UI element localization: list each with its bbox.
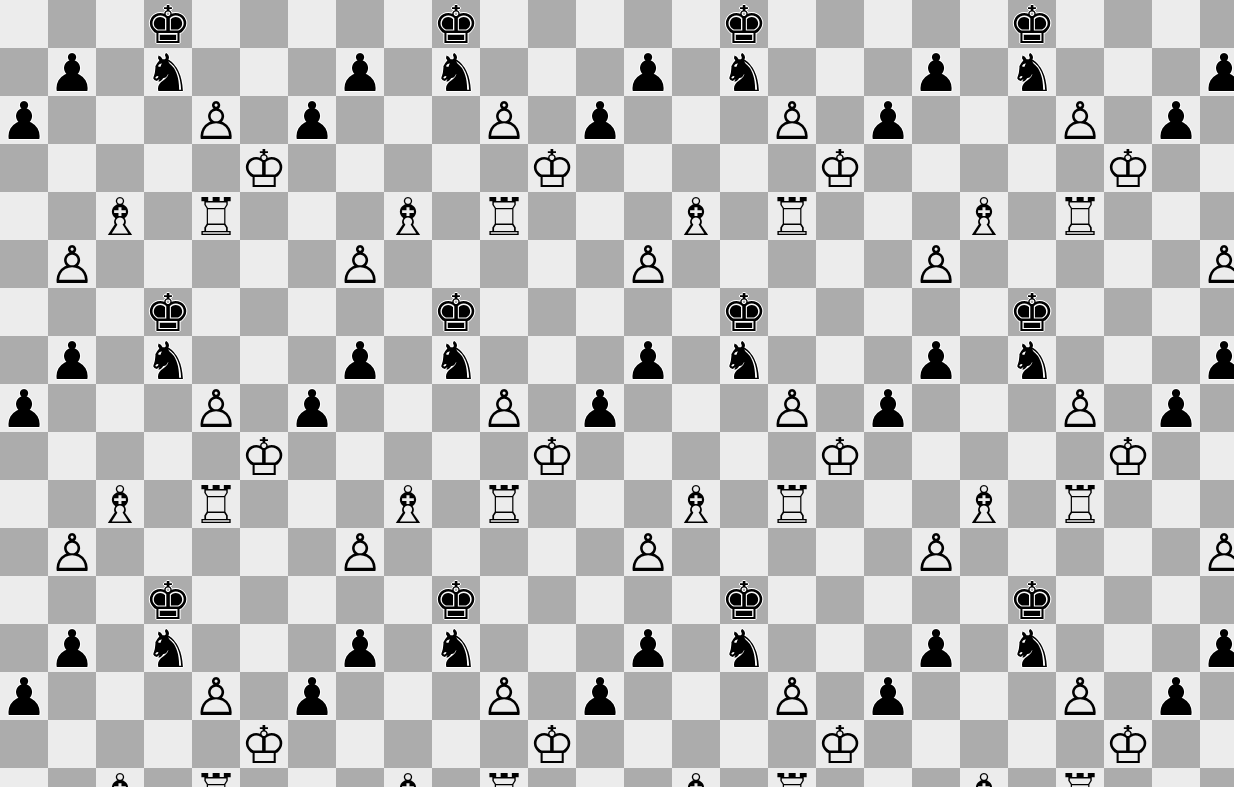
board-square[interactable] (240, 0, 288, 48)
black-pawn[interactable]: ♟ (337, 623, 384, 675)
board-square[interactable]: ♔ (240, 720, 288, 768)
board-square[interactable]: ♞ (432, 336, 480, 384)
black-pawn[interactable]: ♟ (577, 383, 624, 435)
black-knight[interactable]: ♞ (145, 623, 192, 675)
board-square[interactable] (960, 288, 1008, 336)
board-square[interactable] (672, 528, 720, 576)
board-square[interactable] (384, 144, 432, 192)
white-king[interactable]: ♔ (1105, 143, 1152, 195)
white-king[interactable]: ♔ (1105, 431, 1152, 483)
board-square[interactable] (576, 576, 624, 624)
black-pawn[interactable]: ♟ (1201, 335, 1234, 387)
white-pawn[interactable]: ♙ (769, 383, 816, 435)
board-square[interactable] (240, 624, 288, 672)
board-square[interactable] (48, 384, 96, 432)
board-square[interactable] (816, 528, 864, 576)
board-square[interactable] (192, 48, 240, 96)
white-king[interactable]: ♔ (241, 719, 288, 771)
board-square[interactable] (1056, 432, 1104, 480)
board-square[interactable] (96, 384, 144, 432)
board-square[interactable] (672, 336, 720, 384)
board-square[interactable] (528, 624, 576, 672)
board-square[interactable] (768, 288, 816, 336)
black-knight[interactable]: ♞ (1009, 47, 1056, 99)
board-square[interactable] (912, 96, 960, 144)
board-square[interactable] (576, 0, 624, 48)
board-square[interactable] (672, 0, 720, 48)
board-square[interactable]: ♗ (960, 480, 1008, 528)
board-square[interactable] (1104, 480, 1152, 528)
board-square[interactable] (336, 0, 384, 48)
white-rook[interactable]: ♖ (193, 767, 240, 787)
black-pawn[interactable]: ♟ (1, 671, 48, 723)
board-square[interactable]: ♞ (1008, 336, 1056, 384)
board-square[interactable] (432, 528, 480, 576)
white-bishop[interactable]: ♗ (673, 191, 720, 243)
board-square[interactable] (720, 720, 768, 768)
board-square[interactable] (864, 480, 912, 528)
board-square[interactable]: ♖ (768, 768, 816, 787)
board-square[interactable] (912, 384, 960, 432)
board-square[interactable] (384, 336, 432, 384)
board-square[interactable]: ♟ (912, 48, 960, 96)
board-square[interactable] (864, 0, 912, 48)
board-square[interactable] (384, 288, 432, 336)
board-square[interactable] (1104, 528, 1152, 576)
white-rook[interactable]: ♖ (1057, 479, 1104, 531)
black-pawn[interactable]: ♟ (1, 95, 48, 147)
board-square[interactable] (240, 48, 288, 96)
board-square[interactable] (912, 720, 960, 768)
board-square[interactable] (384, 576, 432, 624)
black-pawn[interactable]: ♟ (913, 623, 960, 675)
white-rook[interactable]: ♖ (481, 767, 528, 787)
board-square[interactable]: ♚ (720, 288, 768, 336)
board-square[interactable] (768, 528, 816, 576)
board-square[interactable] (1152, 336, 1200, 384)
board-square[interactable] (288, 48, 336, 96)
board-square[interactable]: ♞ (432, 624, 480, 672)
black-knight[interactable]: ♞ (721, 47, 768, 99)
board-square[interactable] (144, 240, 192, 288)
board-square[interactable] (768, 144, 816, 192)
board-square[interactable] (1008, 96, 1056, 144)
board-square[interactable] (912, 432, 960, 480)
board-square[interactable] (0, 528, 48, 576)
board-square[interactable]: ♙ (624, 528, 672, 576)
board-square[interactable] (288, 240, 336, 288)
board-square[interactable] (288, 480, 336, 528)
board-square[interactable] (576, 144, 624, 192)
board-square[interactable] (768, 720, 816, 768)
board-square[interactable] (48, 288, 96, 336)
board-square[interactable] (1008, 768, 1056, 787)
board-square[interactable] (528, 48, 576, 96)
board-square[interactable]: ♟ (576, 96, 624, 144)
board-square[interactable] (240, 288, 288, 336)
board-square[interactable]: ♟ (864, 384, 912, 432)
white-pawn[interactable]: ♙ (1057, 383, 1104, 435)
board-square[interactable]: ♟ (48, 624, 96, 672)
board-square[interactable] (240, 336, 288, 384)
board-square[interactable]: ♗ (96, 768, 144, 787)
board-square[interactable] (960, 432, 1008, 480)
board-square[interactable] (672, 384, 720, 432)
board-square[interactable]: ♙ (912, 528, 960, 576)
board-square[interactable] (1200, 288, 1234, 336)
board-square[interactable] (336, 96, 384, 144)
board-square[interactable] (288, 0, 336, 48)
black-pawn[interactable]: ♟ (49, 47, 96, 99)
board-square[interactable] (1152, 192, 1200, 240)
board-square[interactable] (1152, 624, 1200, 672)
board-square[interactable]: ♙ (480, 96, 528, 144)
board-square[interactable] (240, 576, 288, 624)
black-pawn[interactable]: ♟ (865, 671, 912, 723)
board-square[interactable] (384, 720, 432, 768)
board-square[interactable]: ♙ (480, 384, 528, 432)
white-king[interactable]: ♔ (1105, 719, 1152, 771)
board-square[interactable] (720, 528, 768, 576)
board-square[interactable] (864, 240, 912, 288)
white-rook[interactable]: ♖ (769, 191, 816, 243)
white-pawn[interactable]: ♙ (625, 527, 672, 579)
black-pawn[interactable]: ♟ (1153, 671, 1200, 723)
board-square[interactable] (1056, 0, 1104, 48)
board-square[interactable] (528, 480, 576, 528)
board-square[interactable] (672, 720, 720, 768)
board-square[interactable] (1056, 144, 1104, 192)
board-square[interactable] (96, 720, 144, 768)
board-square[interactable]: ♔ (1104, 144, 1152, 192)
board-square[interactable] (480, 576, 528, 624)
board-square[interactable] (384, 672, 432, 720)
board-square[interactable] (432, 96, 480, 144)
black-pawn[interactable]: ♟ (913, 335, 960, 387)
board-square[interactable]: ♟ (864, 96, 912, 144)
board-square[interactable] (336, 576, 384, 624)
board-square[interactable] (960, 240, 1008, 288)
board-square[interactable]: ♔ (1104, 720, 1152, 768)
board-square[interactable]: ♗ (672, 480, 720, 528)
board-square[interactable] (0, 336, 48, 384)
white-pawn[interactable]: ♙ (769, 95, 816, 147)
board-square[interactable]: ♔ (528, 720, 576, 768)
board-square[interactable] (192, 240, 240, 288)
board-square[interactable] (1104, 192, 1152, 240)
black-knight[interactable]: ♞ (145, 335, 192, 387)
white-rook[interactable]: ♖ (769, 767, 816, 787)
board-square[interactable] (1152, 480, 1200, 528)
board-square[interactable]: ♟ (624, 336, 672, 384)
board-square[interactable]: ♔ (816, 432, 864, 480)
board-square[interactable] (1200, 432, 1234, 480)
white-bishop[interactable]: ♗ (385, 479, 432, 531)
board-square[interactable] (48, 720, 96, 768)
board-square[interactable] (96, 288, 144, 336)
board-square[interactable] (1152, 432, 1200, 480)
board-square[interactable] (192, 0, 240, 48)
board-square[interactable] (576, 624, 624, 672)
board-square[interactable] (576, 240, 624, 288)
board-square[interactable] (912, 192, 960, 240)
board-square[interactable] (624, 672, 672, 720)
board-square[interactable] (144, 96, 192, 144)
black-knight[interactable]: ♞ (145, 47, 192, 99)
white-king[interactable]: ♔ (817, 719, 864, 771)
black-pawn[interactable]: ♟ (577, 671, 624, 723)
board-square[interactable] (672, 96, 720, 144)
board-square[interactable] (336, 384, 384, 432)
board-square[interactable]: ♙ (912, 240, 960, 288)
white-bishop[interactable]: ♗ (961, 479, 1008, 531)
board-square[interactable] (528, 528, 576, 576)
board-square[interactable] (816, 336, 864, 384)
white-rook[interactable]: ♖ (193, 191, 240, 243)
board-square[interactable] (1152, 768, 1200, 787)
white-pawn[interactable]: ♙ (481, 383, 528, 435)
board-square[interactable]: ♖ (480, 192, 528, 240)
board-square[interactable] (528, 192, 576, 240)
black-pawn[interactable]: ♟ (289, 95, 336, 147)
board-square[interactable]: ♔ (816, 144, 864, 192)
board-square[interactable] (624, 720, 672, 768)
board-square[interactable] (816, 384, 864, 432)
board-square[interactable] (1200, 144, 1234, 192)
board-square[interactable]: ♟ (288, 384, 336, 432)
board-square[interactable] (1104, 672, 1152, 720)
board-square[interactable]: ♙ (192, 384, 240, 432)
board-square[interactable] (192, 288, 240, 336)
board-square[interactable] (288, 624, 336, 672)
board-square[interactable] (1200, 720, 1234, 768)
board-square[interactable] (960, 672, 1008, 720)
board-square[interactable] (864, 192, 912, 240)
board-square[interactable]: ♟ (912, 624, 960, 672)
board-square[interactable] (480, 0, 528, 48)
board-square[interactable] (576, 336, 624, 384)
board-square[interactable] (720, 240, 768, 288)
board-square[interactable] (0, 720, 48, 768)
board-square[interactable] (288, 432, 336, 480)
board-square[interactable] (1200, 480, 1234, 528)
board-square[interactable] (0, 768, 48, 787)
white-pawn[interactable]: ♙ (481, 671, 528, 723)
white-pawn[interactable]: ♙ (337, 527, 384, 579)
white-pawn[interactable]: ♙ (1201, 527, 1234, 579)
board-square[interactable] (432, 672, 480, 720)
board-square[interactable]: ♖ (768, 480, 816, 528)
board-square[interactable] (96, 48, 144, 96)
board-square[interactable] (144, 432, 192, 480)
board-square[interactable] (1056, 48, 1104, 96)
board-square[interactable]: ♖ (192, 192, 240, 240)
board-square[interactable]: ♔ (1104, 432, 1152, 480)
black-pawn[interactable]: ♟ (337, 335, 384, 387)
board-square[interactable]: ♚ (1008, 288, 1056, 336)
board-square[interactable] (432, 144, 480, 192)
board-square[interactable]: ♚ (432, 576, 480, 624)
board-square[interactable]: ♟ (0, 96, 48, 144)
white-pawn[interactable]: ♙ (625, 239, 672, 291)
board-square[interactable] (0, 432, 48, 480)
board-square[interactable] (624, 96, 672, 144)
board-square[interactable] (1008, 672, 1056, 720)
board-square[interactable] (816, 624, 864, 672)
white-king[interactable]: ♔ (529, 431, 576, 483)
board-square[interactable] (1008, 192, 1056, 240)
board-square[interactable] (0, 576, 48, 624)
board-square[interactable] (432, 384, 480, 432)
board-square[interactable]: ♙ (768, 384, 816, 432)
board-square[interactable] (384, 624, 432, 672)
board-square[interactable] (624, 480, 672, 528)
black-pawn[interactable]: ♟ (1201, 47, 1234, 99)
board-square[interactable] (768, 432, 816, 480)
board-square[interactable] (768, 336, 816, 384)
board-square[interactable]: ♚ (1008, 576, 1056, 624)
board-square[interactable] (864, 288, 912, 336)
black-knight[interactable]: ♞ (433, 47, 480, 99)
white-bishop[interactable]: ♗ (961, 191, 1008, 243)
board-square[interactable]: ♗ (96, 192, 144, 240)
board-square[interactable]: ♖ (480, 480, 528, 528)
board-square[interactable] (720, 96, 768, 144)
white-rook[interactable]: ♖ (193, 479, 240, 531)
board-square[interactable] (192, 528, 240, 576)
board-square[interactable] (1056, 528, 1104, 576)
board-square[interactable] (240, 528, 288, 576)
board-square[interactable] (336, 192, 384, 240)
white-pawn[interactable]: ♙ (49, 527, 96, 579)
board-square[interactable] (864, 528, 912, 576)
board-square[interactable] (1104, 48, 1152, 96)
white-king[interactable]: ♔ (817, 431, 864, 483)
board-square[interactable] (576, 192, 624, 240)
board-square[interactable] (336, 432, 384, 480)
board-square[interactable] (96, 432, 144, 480)
black-pawn[interactable]: ♟ (577, 95, 624, 147)
board-square[interactable] (1056, 240, 1104, 288)
board-square[interactable] (432, 432, 480, 480)
board-square[interactable] (576, 480, 624, 528)
board-square[interactable] (1008, 240, 1056, 288)
white-pawn[interactable]: ♙ (49, 239, 96, 291)
board-square[interactable] (480, 624, 528, 672)
board-square[interactable] (1104, 384, 1152, 432)
board-square[interactable] (144, 480, 192, 528)
board-square[interactable] (0, 144, 48, 192)
white-rook[interactable]: ♖ (769, 479, 816, 531)
board-square[interactable] (96, 672, 144, 720)
board-square[interactable] (816, 0, 864, 48)
board-square[interactable] (48, 576, 96, 624)
black-pawn[interactable]: ♟ (625, 47, 672, 99)
board-square[interactable]: ♖ (768, 192, 816, 240)
white-pawn[interactable]: ♙ (193, 671, 240, 723)
board-square[interactable] (624, 0, 672, 48)
board-square[interactable] (960, 528, 1008, 576)
board-square[interactable] (816, 48, 864, 96)
board-square[interactable] (816, 192, 864, 240)
board-square[interactable] (720, 384, 768, 432)
board-square[interactable] (1008, 720, 1056, 768)
board-square[interactable]: ♖ (1056, 192, 1104, 240)
board-square[interactable] (240, 384, 288, 432)
board-square[interactable] (528, 96, 576, 144)
board-square[interactable] (480, 432, 528, 480)
board-square[interactable] (816, 96, 864, 144)
board-square[interactable]: ♟ (0, 384, 48, 432)
board-square[interactable] (48, 768, 96, 787)
black-pawn[interactable]: ♟ (625, 335, 672, 387)
board-square[interactable]: ♙ (1056, 96, 1104, 144)
board-square[interactable]: ♟ (48, 48, 96, 96)
board-square[interactable] (1104, 240, 1152, 288)
board-square[interactable] (912, 480, 960, 528)
black-pawn[interactable]: ♟ (865, 383, 912, 435)
board-square[interactable]: ♚ (144, 0, 192, 48)
board-square[interactable]: ♙ (1200, 240, 1234, 288)
board-square[interactable] (816, 288, 864, 336)
board-square[interactable] (1056, 288, 1104, 336)
board-square[interactable] (1056, 576, 1104, 624)
board-square[interactable] (864, 720, 912, 768)
board-square[interactable] (1008, 384, 1056, 432)
board-square[interactable] (1104, 624, 1152, 672)
board-square[interactable] (1200, 672, 1234, 720)
board-square[interactable] (240, 672, 288, 720)
board-square[interactable] (288, 288, 336, 336)
board-square[interactable]: ♚ (1008, 0, 1056, 48)
board-square[interactable] (624, 768, 672, 787)
board-square[interactable] (336, 480, 384, 528)
board-square[interactable] (48, 192, 96, 240)
board-square[interactable] (576, 720, 624, 768)
board-square[interactable] (1104, 0, 1152, 48)
board-square[interactable] (672, 288, 720, 336)
board-square[interactable]: ♙ (624, 240, 672, 288)
board-square[interactable] (768, 576, 816, 624)
black-pawn[interactable]: ♟ (289, 383, 336, 435)
board-square[interactable] (1056, 720, 1104, 768)
board-square[interactable] (528, 576, 576, 624)
board-square[interactable]: ♗ (384, 768, 432, 787)
board-square[interactable] (912, 576, 960, 624)
board-square[interactable]: ♙ (48, 528, 96, 576)
black-knight[interactable]: ♞ (1009, 623, 1056, 675)
board-square[interactable]: ♗ (960, 192, 1008, 240)
board-square[interactable] (720, 144, 768, 192)
white-bishop[interactable]: ♗ (673, 479, 720, 531)
board-square[interactable] (336, 672, 384, 720)
board-square[interactable]: ♟ (1152, 384, 1200, 432)
board-square[interactable] (1104, 96, 1152, 144)
board-square[interactable] (624, 432, 672, 480)
board-square[interactable]: ♔ (528, 432, 576, 480)
board-square[interactable] (336, 768, 384, 787)
board-square[interactable] (576, 768, 624, 787)
board-square[interactable] (1200, 0, 1234, 48)
board-square[interactable]: ♞ (720, 336, 768, 384)
white-king[interactable]: ♔ (529, 719, 576, 771)
board-square[interactable]: ♙ (1200, 528, 1234, 576)
board-square[interactable] (720, 432, 768, 480)
board-square[interactable]: ♟ (1200, 336, 1234, 384)
board-square[interactable] (912, 288, 960, 336)
board-square[interactable] (816, 240, 864, 288)
board-square[interactable] (432, 240, 480, 288)
